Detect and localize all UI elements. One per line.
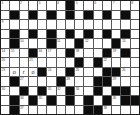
white-cell[interactable]: 32 (57, 87, 65, 96)
white-cell[interactable]: o (29, 68, 37, 77)
white-cell[interactable] (84, 58, 92, 67)
white-cell[interactable] (121, 1, 129, 10)
black-cell (47, 39, 55, 48)
white-cell[interactable] (10, 1, 18, 10)
black-cell (103, 11, 111, 20)
white-cell[interactable] (20, 20, 28, 29)
white-cell[interactable] (131, 20, 139, 29)
black-cell (121, 49, 129, 58)
white-cell[interactable] (121, 106, 129, 115)
black-cell (38, 87, 46, 96)
black-cell (84, 30, 92, 39)
white-cell[interactable] (131, 39, 139, 48)
white-cell[interactable] (29, 20, 37, 29)
clue-number: 32 (57, 87, 60, 91)
white-cell[interactable] (20, 58, 28, 67)
white-cell[interactable] (38, 39, 46, 48)
clue-number: 21 (29, 58, 32, 62)
white-cell[interactable]: 28 (66, 77, 74, 86)
clue-number: 37 (20, 106, 23, 110)
white-cell[interactable]: 21 (29, 58, 37, 67)
black-cell (84, 96, 92, 105)
white-cell[interactable]: 8 (131, 1, 139, 10)
white-cell[interactable] (20, 11, 28, 20)
clue-number: 12 (85, 39, 88, 43)
white-cell[interactable] (57, 68, 65, 77)
black-cell (29, 11, 37, 20)
black-cell (47, 11, 55, 20)
clue-number: 3 (39, 1, 41, 5)
white-cell[interactable] (112, 30, 120, 39)
white-cell[interactable] (20, 30, 28, 39)
clue-number: 18 (76, 49, 79, 53)
white-cell[interactable] (131, 11, 139, 20)
black-cell (29, 49, 37, 58)
white-cell[interactable]: 7 (112, 1, 120, 10)
clue-number: 6 (94, 1, 96, 5)
black-cell (47, 96, 55, 105)
white-cell[interactable] (1, 30, 9, 39)
black-cell (121, 11, 129, 20)
white-cell[interactable]: 5 (75, 1, 83, 10)
clue-number: 24 (48, 68, 51, 72)
white-cell[interactable]: 2 (20, 1, 28, 10)
clue-number: 7 (113, 1, 115, 5)
white-cell[interactable] (94, 20, 102, 29)
black-cell (66, 96, 74, 105)
black-cell (121, 30, 129, 39)
white-cell[interactable] (84, 49, 92, 58)
clue-number: 5 (76, 1, 78, 5)
white-cell[interactable]: 3 (38, 1, 46, 10)
clue-number: 14 (2, 49, 5, 53)
white-cell[interactable]: 30 (1, 87, 9, 96)
white-cell[interactable] (57, 20, 65, 29)
white-cell[interactable] (103, 1, 111, 10)
white-cell[interactable] (94, 68, 102, 77)
white-cell[interactable] (57, 58, 65, 67)
white-cell[interactable]: 6 (94, 1, 102, 10)
white-cell[interactable] (84, 20, 92, 29)
white-cell[interactable] (94, 11, 102, 20)
white-cell[interactable] (94, 30, 102, 39)
white-cell[interactable]: 25 (75, 68, 83, 77)
black-cell (66, 11, 74, 20)
clue-number: 33 (76, 87, 79, 91)
black-cell (66, 49, 74, 58)
black-cell (112, 39, 120, 48)
black-cell (10, 96, 18, 105)
clue-number: 10 (20, 39, 23, 43)
white-cell[interactable] (20, 49, 28, 58)
black-cell (84, 106, 92, 115)
black-cell (121, 96, 129, 105)
white-cell[interactable] (112, 20, 120, 29)
white-cell[interactable] (10, 58, 18, 67)
white-cell[interactable]: 35 (38, 96, 46, 105)
clue-number: 8 (131, 1, 133, 5)
clue-number: 34 (20, 96, 23, 100)
white-cell[interactable] (38, 30, 46, 39)
white-cell[interactable]: 4 (57, 1, 65, 10)
white-cell[interactable]: 31 (47, 87, 55, 96)
cell-letter: o (10, 69, 18, 77)
white-cell[interactable] (131, 58, 139, 67)
white-cell[interactable] (10, 87, 18, 96)
white-cell[interactable]: 17 (47, 49, 55, 58)
white-cell[interactable] (103, 20, 111, 29)
white-cell[interactable]: 23 (1, 68, 9, 77)
white-cell[interactable]: 29 (112, 77, 120, 86)
clue-number: 1 (2, 1, 4, 5)
black-cell (10, 39, 18, 48)
white-cell[interactable]: 34 (20, 96, 28, 105)
white-cell[interactable]: 27 (20, 77, 28, 86)
white-cell[interactable] (75, 96, 83, 105)
black-cell (20, 87, 28, 96)
white-cell[interactable] (29, 77, 37, 86)
white-cell[interactable] (112, 106, 120, 115)
black-cell (103, 49, 111, 58)
clue-number: 9 (2, 20, 4, 24)
black-cell (94, 87, 102, 96)
black-cell (131, 96, 139, 105)
clue-number: 2 (20, 1, 22, 5)
white-cell[interactable] (47, 77, 55, 86)
white-cell[interactable] (84, 1, 92, 10)
white-cell[interactable]: 14 (1, 49, 9, 58)
black-cell (66, 1, 74, 10)
white-cell[interactable] (1, 106, 9, 115)
white-cell[interactable] (84, 68, 92, 77)
white-cell[interactable] (75, 11, 83, 20)
black-cell (66, 30, 74, 39)
black-cell (103, 68, 111, 77)
white-cell[interactable] (47, 1, 55, 10)
clue-number: 15 (11, 49, 14, 53)
white-cell[interactable]: r (20, 68, 28, 77)
clue-number: 29 (113, 77, 116, 81)
white-cell[interactable] (57, 106, 65, 115)
white-cell[interactable] (38, 11, 46, 20)
white-cell[interactable] (66, 106, 74, 115)
clue-number: 36 (113, 96, 116, 100)
white-cell[interactable]: 24 (47, 68, 55, 77)
white-cell[interactable] (75, 77, 83, 86)
white-cell[interactable]: 12 (84, 39, 92, 48)
black-cell (84, 11, 92, 20)
white-cell[interactable] (29, 87, 37, 96)
white-cell[interactable] (121, 77, 129, 86)
white-cell[interactable] (75, 30, 83, 39)
white-cell[interactable] (75, 20, 83, 29)
white-cell[interactable] (57, 30, 65, 39)
white-cell[interactable] (57, 96, 65, 105)
white-cell[interactable]: 11 (57, 39, 65, 48)
white-cell[interactable]: 1 (1, 1, 9, 10)
clue-number: 11 (57, 39, 60, 43)
cell-letter: r (20, 69, 28, 77)
white-cell[interactable] (1, 96, 9, 105)
black-cell (94, 58, 102, 67)
crossword-board: 1234567891011121314151617181920212223oro… (0, 0, 140, 115)
black-cell (94, 77, 102, 86)
white-cell[interactable] (38, 58, 46, 67)
black-cell (57, 77, 65, 86)
clue-number: 17 (48, 49, 51, 53)
white-cell[interactable] (94, 96, 102, 105)
white-cell[interactable] (131, 68, 139, 77)
clue-number: 19 (113, 49, 116, 53)
white-cell[interactable]: 36 (112, 96, 120, 105)
clue-number: 25 (76, 68, 79, 72)
white-cell[interactable] (112, 58, 120, 67)
white-cell[interactable]: 10 (20, 39, 28, 48)
white-cell[interactable] (57, 49, 65, 58)
black-cell (112, 87, 120, 96)
black-cell (38, 68, 46, 77)
white-cell[interactable] (66, 39, 74, 48)
black-cell (66, 87, 74, 96)
black-cell (112, 68, 120, 77)
white-cell[interactable] (29, 106, 37, 115)
white-cell[interactable]: 38 (103, 106, 111, 115)
clue-number: 13 (122, 39, 125, 43)
white-cell[interactable] (57, 11, 65, 20)
white-cell[interactable] (38, 20, 46, 29)
white-cell[interactable] (94, 49, 102, 58)
white-cell[interactable] (1, 11, 9, 20)
clue-number: 31 (48, 87, 51, 91)
white-cell[interactable] (10, 20, 18, 29)
white-cell[interactable]: 13 (121, 39, 129, 48)
clue-number: 4 (57, 1, 59, 5)
white-cell[interactable] (29, 1, 37, 10)
black-cell (66, 68, 74, 77)
white-cell[interactable] (84, 77, 92, 86)
white-cell[interactable] (66, 20, 74, 29)
white-cell[interactable] (47, 106, 55, 115)
black-cell (47, 30, 55, 39)
clue-number: 22 (103, 58, 106, 62)
white-cell[interactable] (131, 49, 139, 58)
clue-number: 23 (2, 68, 5, 72)
black-cell (121, 87, 129, 96)
clue-number: 26 (122, 68, 125, 72)
white-cell[interactable]: 37 (20, 106, 28, 115)
black-cell (94, 106, 102, 115)
white-cell[interactable]: 9 (1, 20, 9, 29)
white-cell[interactable] (131, 87, 139, 96)
white-cell[interactable] (47, 58, 55, 67)
black-cell (75, 58, 83, 67)
white-cell[interactable]: 16 (38, 49, 46, 58)
white-cell[interactable] (38, 106, 46, 115)
black-cell (103, 77, 111, 86)
cell-letter: o (29, 69, 37, 77)
black-cell (103, 96, 111, 105)
black-cell (29, 30, 37, 39)
black-cell (103, 30, 111, 39)
clue-number: 38 (103, 106, 106, 110)
white-cell[interactable]: 26 (121, 68, 129, 77)
white-cell[interactable] (1, 77, 9, 86)
white-cell[interactable] (103, 39, 111, 48)
white-cell[interactable] (121, 58, 129, 67)
white-cell[interactable] (112, 11, 120, 20)
white-cell[interactable] (103, 87, 111, 96)
white-cell[interactable] (94, 39, 102, 48)
white-cell[interactable] (1, 39, 9, 48)
black-cell (75, 39, 83, 48)
white-cell[interactable] (75, 106, 83, 115)
white-cell[interactable] (121, 20, 129, 29)
white-cell[interactable]: 19 (112, 49, 120, 58)
white-cell[interactable] (84, 87, 92, 96)
clue-number: 28 (66, 77, 69, 81)
white-cell[interactable] (66, 58, 74, 67)
white-cell[interactable] (29, 39, 37, 48)
white-cell[interactable] (131, 30, 139, 39)
white-cell[interactable]: o (10, 68, 18, 77)
black-cell (10, 77, 18, 86)
white-cell[interactable] (131, 106, 139, 115)
clue-number: 16 (39, 49, 42, 53)
clue-number: 20 (2, 58, 5, 62)
clue-number: 35 (39, 96, 42, 100)
black-cell (10, 106, 18, 115)
white-cell[interactable]: 18 (75, 49, 83, 58)
white-cell[interactable]: 22 (103, 58, 111, 67)
black-cell (10, 11, 18, 20)
black-cell (29, 96, 37, 105)
white-cell[interactable]: 33 (75, 87, 83, 96)
white-cell[interactable]: 20 (1, 58, 9, 67)
white-cell[interactable] (131, 77, 139, 86)
clue-number: 27 (20, 77, 23, 81)
white-cell[interactable]: 15 (10, 49, 18, 58)
clue-number: 30 (2, 87, 5, 91)
white-cell[interactable] (38, 77, 46, 86)
white-cell[interactable] (47, 20, 55, 29)
black-cell (10, 30, 18, 39)
